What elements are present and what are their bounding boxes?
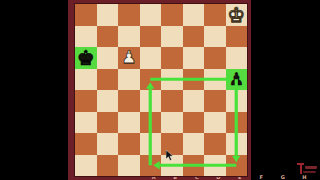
square-f4[interactable] [183, 90, 205, 112]
square-c4[interactable] [118, 90, 140, 112]
square-c3[interactable] [118, 112, 140, 134]
square-c8[interactable] [118, 4, 140, 26]
square-c2[interactable] [118, 133, 140, 155]
square-b5[interactable] [97, 69, 119, 91]
square-b1[interactable] [97, 155, 119, 177]
square-a4[interactable] [75, 90, 97, 112]
square-d7[interactable] [140, 26, 162, 48]
square-g7[interactable] [204, 26, 226, 48]
square-b7[interactable] [97, 26, 119, 48]
square-a1[interactable] [75, 155, 97, 177]
square-d4[interactable] [140, 90, 162, 112]
square-g3[interactable] [204, 112, 226, 134]
square-g6[interactable] [204, 47, 226, 69]
square-a5[interactable] [75, 69, 97, 91]
square-a7[interactable] [75, 26, 97, 48]
square-e3[interactable] [161, 112, 183, 134]
square-b6[interactable] [97, 47, 119, 69]
square-f2[interactable] [183, 133, 205, 155]
square-f8[interactable] [183, 4, 205, 26]
square-e2[interactable] [161, 133, 183, 155]
square-f1[interactable] [183, 155, 205, 177]
square-g2[interactable] [204, 133, 226, 155]
square-d2[interactable] [140, 133, 162, 155]
square-c5[interactable] [118, 69, 140, 91]
watermark-letter-icon [297, 163, 305, 175]
square-e6[interactable] [161, 47, 183, 69]
square-a3[interactable] [75, 112, 97, 134]
square-d6[interactable] [140, 47, 162, 69]
square-h4[interactable] [226, 90, 248, 112]
square-f3[interactable] [183, 112, 205, 134]
square-e4[interactable] [161, 90, 183, 112]
square-h2[interactable] [226, 133, 248, 155]
square-b4[interactable] [97, 90, 119, 112]
channel-watermark-logo [297, 163, 319, 178]
square-b8[interactable] [97, 4, 119, 26]
square-b3[interactable] [97, 112, 119, 134]
video-frame: 87654321 ABCDEFGH ♚♟♚♟ [0, 0, 320, 180]
square-d3[interactable] [140, 112, 162, 134]
black-king-a6[interactable]: ♚ [75, 47, 97, 69]
square-h7[interactable] [226, 26, 248, 48]
white-pawn-c6[interactable]: ♟ [118, 47, 140, 70]
file-label-g: G [272, 173, 294, 180]
watermark-subtext-line [303, 171, 316, 173]
square-g4[interactable] [204, 90, 226, 112]
square-a8[interactable] [75, 4, 97, 26]
square-e7[interactable] [161, 26, 183, 48]
square-d5[interactable] [140, 69, 162, 91]
square-g1[interactable] [204, 155, 226, 177]
square-h6[interactable] [226, 47, 248, 69]
file-label-f: F [251, 173, 273, 180]
square-e5[interactable] [161, 69, 183, 91]
watermark-text-line [305, 166, 317, 169]
square-h3[interactable] [226, 112, 248, 134]
square-e1[interactable] [161, 155, 183, 177]
square-g8[interactable] [204, 4, 226, 26]
square-e8[interactable] [161, 4, 183, 26]
square-f6[interactable] [183, 47, 205, 69]
black-pawn-h5[interactable]: ♟ [226, 69, 248, 92]
square-f7[interactable] [183, 26, 205, 48]
square-d1[interactable] [140, 155, 162, 177]
white-king-h8[interactable]: ♚ [226, 4, 248, 26]
board-squares [75, 4, 247, 176]
square-c7[interactable] [118, 26, 140, 48]
chess-board[interactable]: ♚♟♚♟ [75, 4, 247, 176]
square-g5[interactable] [204, 69, 226, 91]
square-b2[interactable] [97, 133, 119, 155]
square-f5[interactable] [183, 69, 205, 91]
square-c1[interactable] [118, 155, 140, 177]
square-d8[interactable] [140, 4, 162, 26]
square-h1[interactable] [226, 155, 248, 177]
square-a2[interactable] [75, 133, 97, 155]
